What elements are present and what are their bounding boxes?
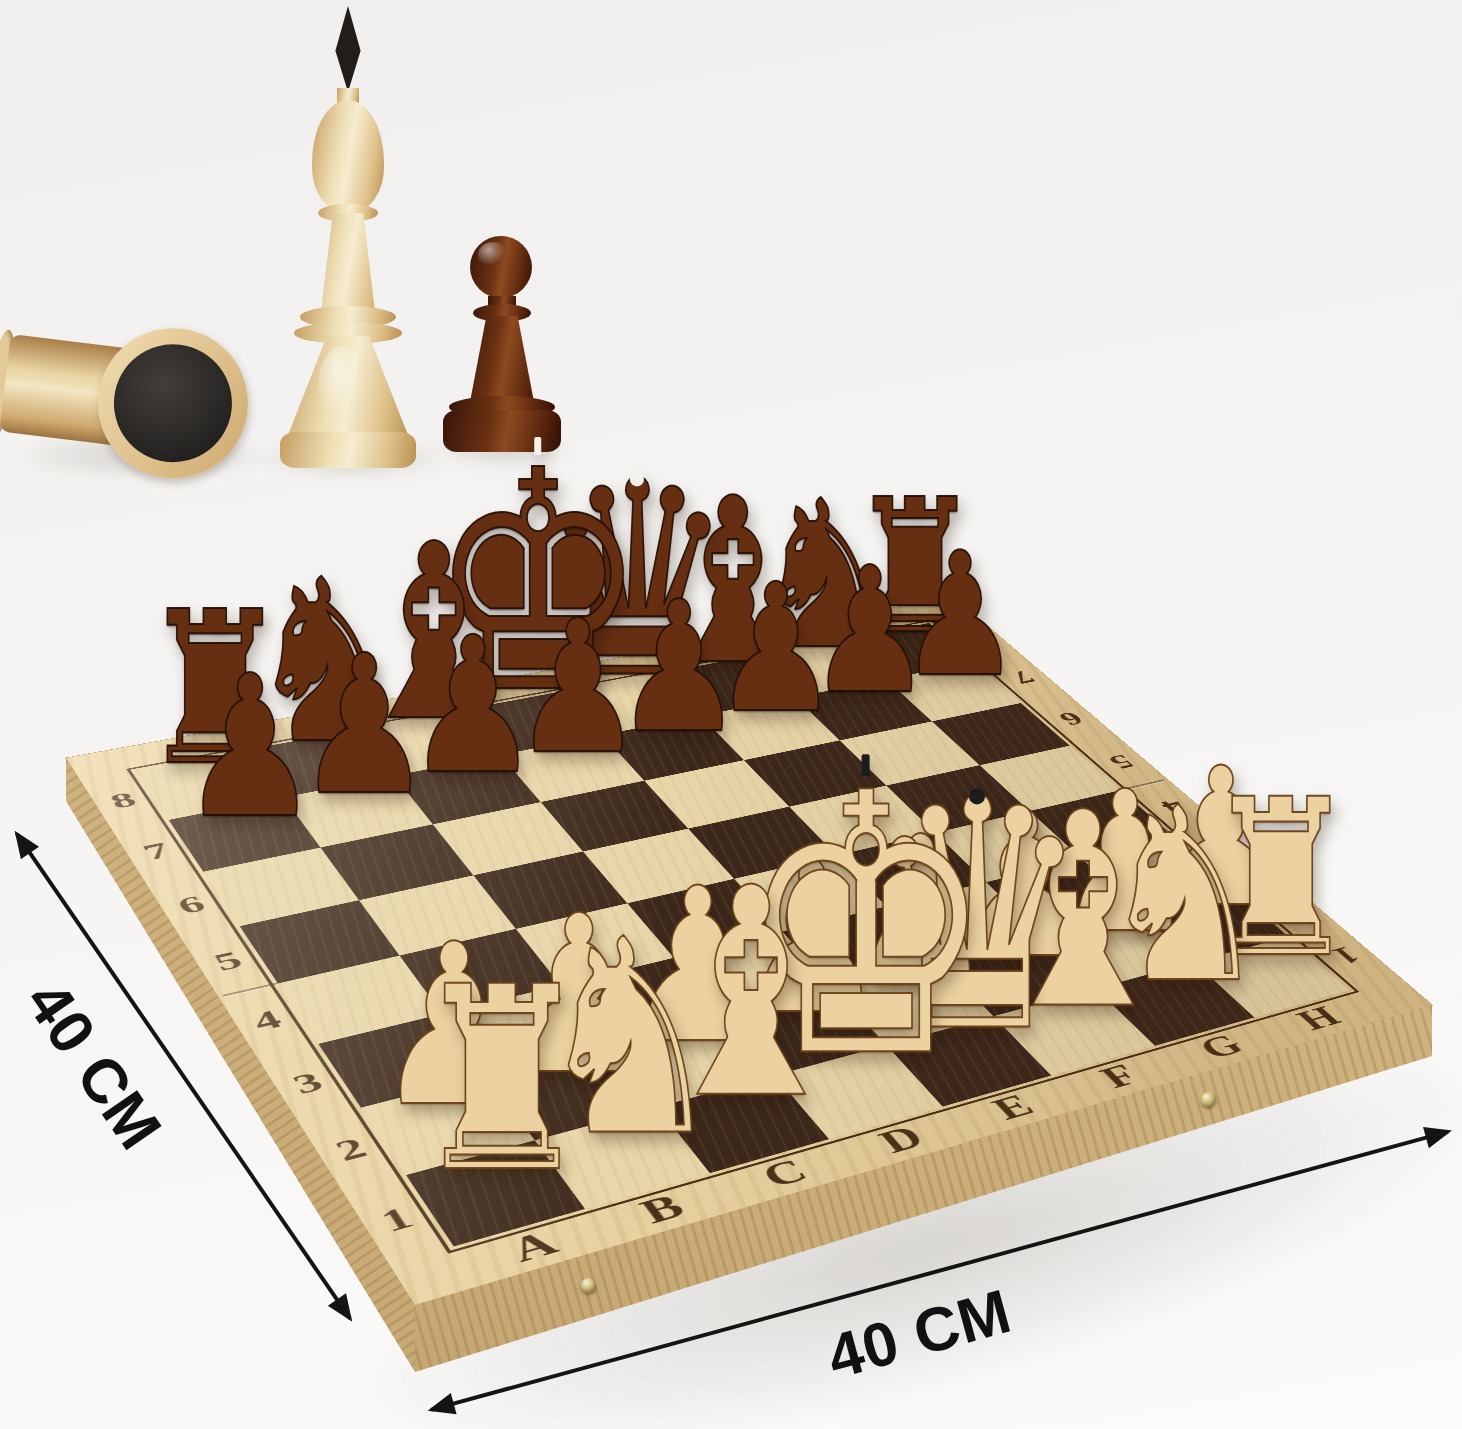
king-base [280,432,416,468]
loose-dark-pawn [436,236,568,474]
height-dimension-label: 40 СМ [12,968,176,1162]
gloss-highlight [318,346,368,426]
product-photo-chess-set: A88B77C66D55E44F33G22H11 ♜♞♝♟♛♟♚♟♝♟♞♟♜♟♟… [0,0,1462,1429]
finial-ball [630,472,644,486]
pawn-base [443,410,561,452]
pawn-body [463,316,541,406]
loose-light-king [258,6,438,474]
screw-icon [581,1278,596,1293]
screw-icon [1201,1092,1216,1107]
king-stem [310,213,386,315]
loose-light-piece-lying [0,298,268,498]
king-spike-finial [327,6,369,92]
king-head [312,100,384,212]
gloss-highlight [478,242,508,268]
